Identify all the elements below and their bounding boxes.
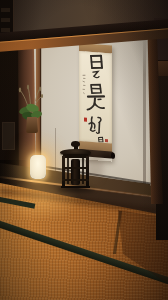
stand-stretcher [62,167,89,169]
roller-knob [111,152,115,158]
scroll-paper [79,51,112,144]
stand-leg [62,156,65,187]
calligraphy-strokes [79,51,112,144]
signature-marks [83,75,85,93]
doorway-detail [2,122,15,150]
stand-cylinder [71,159,80,185]
incense-stand [59,141,92,190]
pillar-shadow [143,34,146,196]
railing-slat [1,8,10,12]
photo-japanese-alcove [0,0,168,300]
hanging-flower-vase [26,117,38,133]
stand-leg [86,156,89,187]
red-seal [105,139,108,142]
stand-foot-bar [61,186,90,188]
stand-stretcher [62,179,89,181]
paper-lamp [30,155,46,179]
railing-slat [1,18,10,22]
red-seal [84,117,87,121]
